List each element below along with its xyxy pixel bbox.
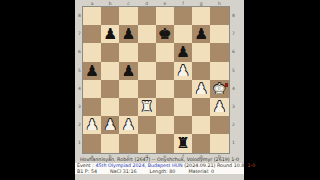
white-pawn: ♟ (195, 79, 208, 97)
square-c4 (119, 80, 137, 98)
square-c8 (119, 7, 137, 25)
square-f8 (174, 7, 192, 25)
square-d7 (138, 25, 156, 43)
rank-label-right-4: 4 (231, 80, 237, 98)
white-pawn: ♟ (85, 116, 98, 134)
rank-label-left-8: 8 (77, 7, 83, 25)
info-token-1: NaCl 31:16 (110, 169, 137, 174)
square-f2 (174, 116, 192, 134)
square-g6 (192, 43, 210, 61)
square-a7 (83, 25, 101, 43)
square-d4 (138, 80, 156, 98)
board-panel: abcdefgh ♟♟♚♟♟♟♟♟♟♚♜♟♟♟♟♜ 87654321 87654… (75, 0, 244, 180)
square-e3 (156, 98, 174, 116)
square-c5: ♟ (119, 62, 137, 80)
black-pawn: ♟ (176, 43, 189, 61)
rank-label-left-6: 6 (77, 43, 83, 61)
rank-label-left-4: 4 (77, 80, 83, 98)
square-e8 (156, 7, 174, 25)
square-g3 (192, 98, 210, 116)
square-h5 (210, 62, 228, 80)
square-f1: ♜ (174, 134, 192, 152)
square-c1 (119, 134, 137, 152)
event-link[interactable]: 45th Olympiad 2024, Budapest HUN (95, 163, 182, 168)
black-king: ♚ (158, 25, 171, 43)
bottom-strip (75, 174, 244, 180)
square-e6 (156, 43, 174, 61)
square-c7: ♟ (119, 25, 137, 43)
rank-label-left-5: 5 (77, 62, 83, 80)
square-b6 (101, 43, 119, 61)
rank-label-right-7: 7 (231, 25, 237, 43)
black-pawn: ♟ (85, 61, 98, 79)
square-d8 (138, 7, 156, 25)
move-target-dot (225, 83, 228, 87)
rank-label-right-5: 5 (231, 62, 237, 80)
rank-label-left-3: 3 (77, 98, 83, 116)
info-token-3: Material: 0 (188, 169, 214, 174)
rank-label-right-2: 2 (231, 116, 237, 134)
square-h2 (210, 116, 228, 134)
square-g2 (192, 116, 210, 134)
white-pawn: ♟ (104, 116, 117, 134)
square-b3 (101, 98, 119, 116)
rank-label-right-8: 8 (231, 7, 237, 25)
square-b2: ♟ (101, 116, 119, 134)
black-pawn: ♟ (195, 25, 208, 43)
game-info-bar: Event : 45th Olympiad 2024, Budapest HUN… (75, 163, 244, 175)
square-c6 (119, 43, 137, 61)
rank-label-right-6: 6 (231, 43, 237, 61)
square-b1 (101, 134, 119, 152)
square-a1 (83, 134, 101, 152)
square-a8 (83, 7, 101, 25)
rank-label-left-7: 7 (77, 25, 83, 43)
result-text: 1-0 (247, 163, 255, 168)
square-f5: ♟ (174, 62, 192, 80)
white-pawn: ♟ (176, 61, 189, 79)
square-a6 (83, 43, 101, 61)
square-f4 (174, 80, 192, 98)
square-h6 (210, 43, 228, 61)
square-a2: ♟ (83, 116, 101, 134)
square-f7 (174, 25, 192, 43)
black-pawn: ♟ (122, 25, 135, 43)
rank-label-left-1: 1 (77, 134, 83, 152)
file-label-top-c: c (119, 1, 137, 6)
black-rook: ♜ (176, 134, 189, 152)
square-g1 (192, 134, 210, 152)
square-e4 (156, 80, 174, 98)
square-f3 (174, 98, 192, 116)
square-d6 (138, 43, 156, 61)
square-g4: ♟ (192, 80, 210, 98)
square-g8 (192, 7, 210, 25)
file-label-top-e: e (156, 1, 174, 6)
event-line: Event : 45th Olympiad 2024, Budapest HUN… (77, 163, 255, 168)
info-token-2: Length: 80 (150, 169, 176, 174)
file-label-top-f: f (174, 1, 192, 6)
rank-label-left-2: 2 (77, 116, 83, 134)
square-b5 (101, 62, 119, 80)
info-line: B1 P: 54NaCl 31:16Length: 80Material: 0 (77, 169, 214, 174)
square-d2 (138, 116, 156, 134)
square-e5 (156, 62, 174, 80)
event-date-round: (2024.09.21) Round 10.8 (183, 163, 245, 168)
black-pawn: ♟ (104, 25, 117, 43)
file-label-top-d: d (138, 1, 156, 6)
square-a5: ♟ (83, 62, 101, 80)
file-label-top-g: g (192, 1, 210, 6)
square-h7 (210, 25, 228, 43)
black-pawn: ♟ (122, 61, 135, 79)
file-label-top-a: a (83, 1, 101, 6)
square-b4 (101, 80, 119, 98)
white-rook: ♜ (140, 97, 153, 115)
white-pawn: ♟ (122, 116, 135, 134)
square-b8 (101, 7, 119, 25)
square-c2: ♟ (119, 116, 137, 134)
square-g5 (192, 62, 210, 80)
file-label-top-h: h (210, 1, 228, 6)
file-label-top-b: b (101, 1, 119, 6)
square-b7: ♟ (101, 25, 119, 43)
square-a3 (83, 98, 101, 116)
rank-label-right-1: 1 (231, 134, 237, 152)
white-pawn: ♟ (213, 97, 226, 115)
square-a4 (83, 80, 101, 98)
square-h3: ♟ (210, 98, 228, 116)
square-h8 (210, 7, 228, 25)
chess-board: ♟♟♚♟♟♟♟♟♟♚♜♟♟♟♟♜ (83, 7, 229, 153)
square-e7: ♚ (156, 25, 174, 43)
square-g7: ♟ (192, 25, 210, 43)
square-d3: ♜ (138, 98, 156, 116)
square-f6: ♟ (174, 43, 192, 61)
square-h1 (210, 134, 228, 152)
square-e2 (156, 116, 174, 134)
event-label: Event : (77, 163, 95, 168)
info-token-0: B1 P: 54 (77, 169, 97, 174)
square-d1 (138, 134, 156, 152)
video-frame: abcdefgh ♟♟♚♟♟♟♟♟♟♚♜♟♟♟♟♜ 87654321 87654… (0, 0, 320, 180)
white-king: ♚ (213, 79, 226, 97)
square-c3 (119, 98, 137, 116)
square-e1 (156, 134, 174, 152)
square-d5 (138, 62, 156, 80)
rank-label-right-3: 3 (231, 98, 237, 116)
